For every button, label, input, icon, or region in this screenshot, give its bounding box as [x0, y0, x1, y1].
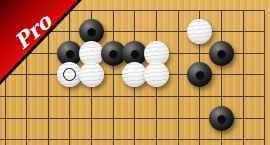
go-board[interactable]: ●○●○●●○●○○○○●● Pro: [0, 0, 270, 145]
last-move-circle-marker: [63, 68, 76, 81]
grid-hline: [0, 139, 265, 140]
white-stone[interactable]: ○: [144, 62, 169, 87]
grid-hline: [0, 96, 265, 97]
black-stone[interactable]: ●: [209, 106, 234, 131]
black-stone[interactable]: ●: [209, 41, 234, 66]
white-stone[interactable]: ○: [187, 19, 212, 44]
white-stone[interactable]: ○: [79, 62, 104, 87]
black-stone[interactable]: ●: [187, 62, 212, 87]
